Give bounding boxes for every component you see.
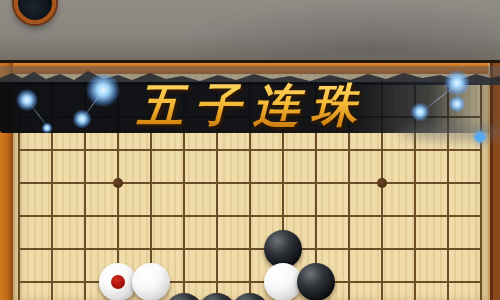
grid-line-horizontal (18, 248, 482, 250)
gomoku-app-screen: 五子连珠 (0, 0, 500, 300)
star-point (113, 178, 123, 188)
star-point (377, 178, 387, 188)
grid-line-horizontal (18, 182, 482, 184)
white-stone (132, 263, 170, 300)
wall-haze-texture (180, 0, 500, 60)
grid-line-horizontal (18, 281, 482, 283)
grid-line-horizontal (18, 149, 482, 151)
grid-line-horizontal (18, 215, 482, 217)
background-wall (0, 0, 500, 63)
black-stone (297, 263, 335, 300)
last-move-marker (111, 275, 125, 289)
game-title: 五子连珠 (0, 76, 500, 134)
